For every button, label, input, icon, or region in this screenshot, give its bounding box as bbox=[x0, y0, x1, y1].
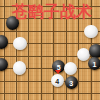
stone-black bbox=[89, 44, 100, 58]
move-number-label: 5 bbox=[57, 63, 61, 70]
stone-white bbox=[13, 37, 27, 51]
move-number-label: 4 bbox=[55, 78, 59, 85]
board-title: 苍鹞子战术 bbox=[12, 2, 92, 23]
stone-white bbox=[84, 25, 98, 39]
grid-line bbox=[0, 81, 100, 82]
stone-black: 3 bbox=[65, 76, 79, 90]
stone-white bbox=[64, 62, 78, 76]
move-number-label: 1 bbox=[93, 61, 97, 68]
stone-black bbox=[0, 35, 8, 49]
stone-white: 4 bbox=[51, 74, 65, 88]
go-board[interactable]: 1543 苍鹞子战术 bbox=[0, 0, 100, 100]
grid-line bbox=[4, 0, 5, 100]
move-number-label: 3 bbox=[69, 79, 73, 86]
last-move-triangle-icon bbox=[55, 70, 61, 74]
stone-black: 1 bbox=[88, 57, 100, 71]
grid-line bbox=[0, 93, 100, 94]
stone-white bbox=[13, 61, 27, 75]
